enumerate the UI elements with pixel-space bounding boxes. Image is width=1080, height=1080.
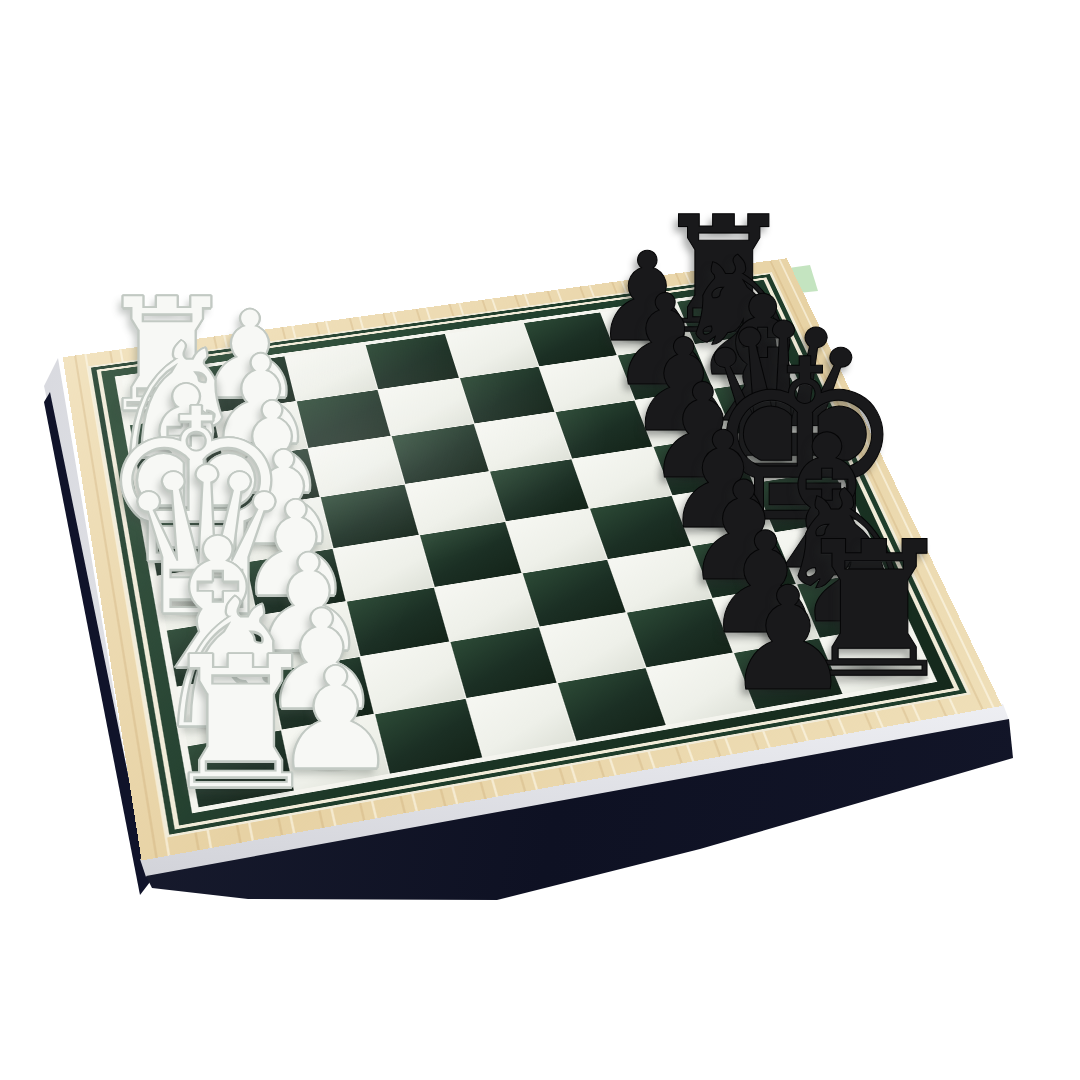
piece-white-rook-a1[interactable]: ♜ — [149, 632, 332, 815]
piece-black-pawn-a7[interactable]: ♟ — [716, 568, 859, 711]
chess-set-product-photo: ♜♞♝♚♛♝♞♜♟♟♟♟♟♟♟♟♟♟♟♟♟♟♟♟♜♞♝♛♚♝♞♜ — [0, 0, 1080, 1080]
